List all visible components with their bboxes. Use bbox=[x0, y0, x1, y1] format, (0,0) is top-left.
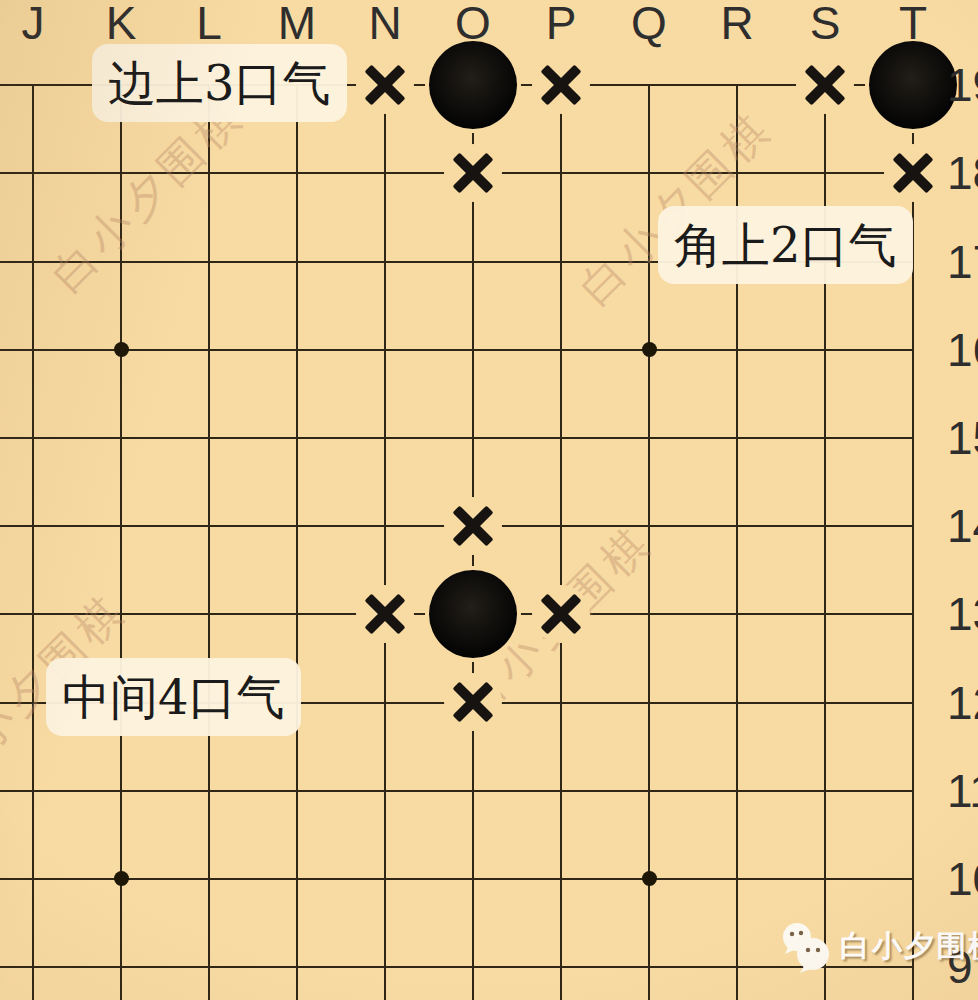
intersection-P13 bbox=[517, 570, 605, 658]
col-label-P: P bbox=[517, 0, 605, 48]
row-label-12: 12 bbox=[947, 679, 978, 727]
col-label-N: N bbox=[341, 0, 429, 48]
intersection-Q10 bbox=[605, 835, 693, 923]
intersection-O19 bbox=[429, 41, 517, 129]
star-point-K10 bbox=[114, 871, 129, 886]
intersection-O12 bbox=[429, 658, 517, 746]
go-board-diagram: 白小夕围棋白小夕围棋白小夕围棋白小夕围棋 JKLMNOPQRST 1918171… bbox=[0, 0, 978, 1000]
annotation-center-liberties: 中间4口气 bbox=[46, 658, 301, 736]
liberty-mark-P13 bbox=[532, 585, 590, 643]
intersection-O14 bbox=[429, 482, 517, 570]
row-label-11: 11 bbox=[947, 767, 978, 815]
star-point-Q16 bbox=[642, 342, 657, 357]
row-label-13: 13 bbox=[947, 590, 978, 638]
row-label-10: 10 bbox=[947, 855, 978, 903]
intersection-O18 bbox=[429, 129, 517, 217]
intersection-T19 bbox=[869, 41, 957, 129]
star-point-K16 bbox=[114, 342, 129, 357]
star-point-Q10 bbox=[642, 871, 657, 886]
liberty-mark-O12 bbox=[444, 673, 502, 731]
row-label-16: 16 bbox=[947, 326, 978, 374]
black-stone-T19 bbox=[869, 41, 957, 129]
intersection-P19 bbox=[517, 41, 605, 129]
intersection-K10 bbox=[77, 835, 165, 923]
liberty-mark-P19 bbox=[532, 56, 590, 114]
row-label-19: 19 bbox=[947, 61, 978, 109]
liberty-mark-N19 bbox=[356, 56, 414, 114]
col-label-S: S bbox=[781, 0, 869, 48]
liberty-mark-S19 bbox=[796, 56, 854, 114]
brand-watermark-text: 白小夕围棋 bbox=[840, 926, 978, 967]
annotation-edge-liberties: 边上3口气 bbox=[92, 44, 347, 122]
col-label-T: T bbox=[869, 0, 957, 48]
col-label-Q: Q bbox=[605, 0, 693, 48]
intersection-T18 bbox=[869, 129, 957, 217]
intersection-O13 bbox=[429, 570, 517, 658]
liberty-mark-N13 bbox=[356, 585, 414, 643]
liberty-mark-T18 bbox=[884, 144, 942, 202]
black-stone-O19 bbox=[429, 41, 517, 129]
liberty-mark-O14 bbox=[444, 497, 502, 555]
intersection-S19 bbox=[781, 41, 869, 129]
intersection-K16 bbox=[77, 306, 165, 394]
row-label-14: 14 bbox=[947, 502, 978, 550]
black-stone-O13 bbox=[429, 570, 517, 658]
col-label-K: K bbox=[77, 0, 165, 48]
annotation-corner-liberties: 角上2口气 bbox=[658, 206, 913, 284]
brand-watermark: 白小夕围棋 bbox=[776, 918, 978, 974]
col-label-O: O bbox=[429, 0, 517, 48]
col-label-M: M bbox=[253, 0, 341, 48]
wechat-mascot-icon bbox=[776, 918, 834, 974]
row-label-15: 15 bbox=[947, 414, 978, 462]
col-label-L: L bbox=[165, 0, 253, 48]
intersection-N19 bbox=[341, 41, 429, 129]
row-label-17: 17 bbox=[947, 238, 978, 286]
intersection-N13 bbox=[341, 570, 429, 658]
row-label-18: 18 bbox=[947, 149, 978, 197]
liberty-mark-O18 bbox=[444, 144, 502, 202]
col-label-J: J bbox=[0, 0, 77, 48]
go-board bbox=[0, 41, 957, 1000]
intersection-Q16 bbox=[605, 306, 693, 394]
col-label-R: R bbox=[693, 0, 781, 48]
column-labels: JKLMNOPQRST bbox=[0, 0, 957, 48]
